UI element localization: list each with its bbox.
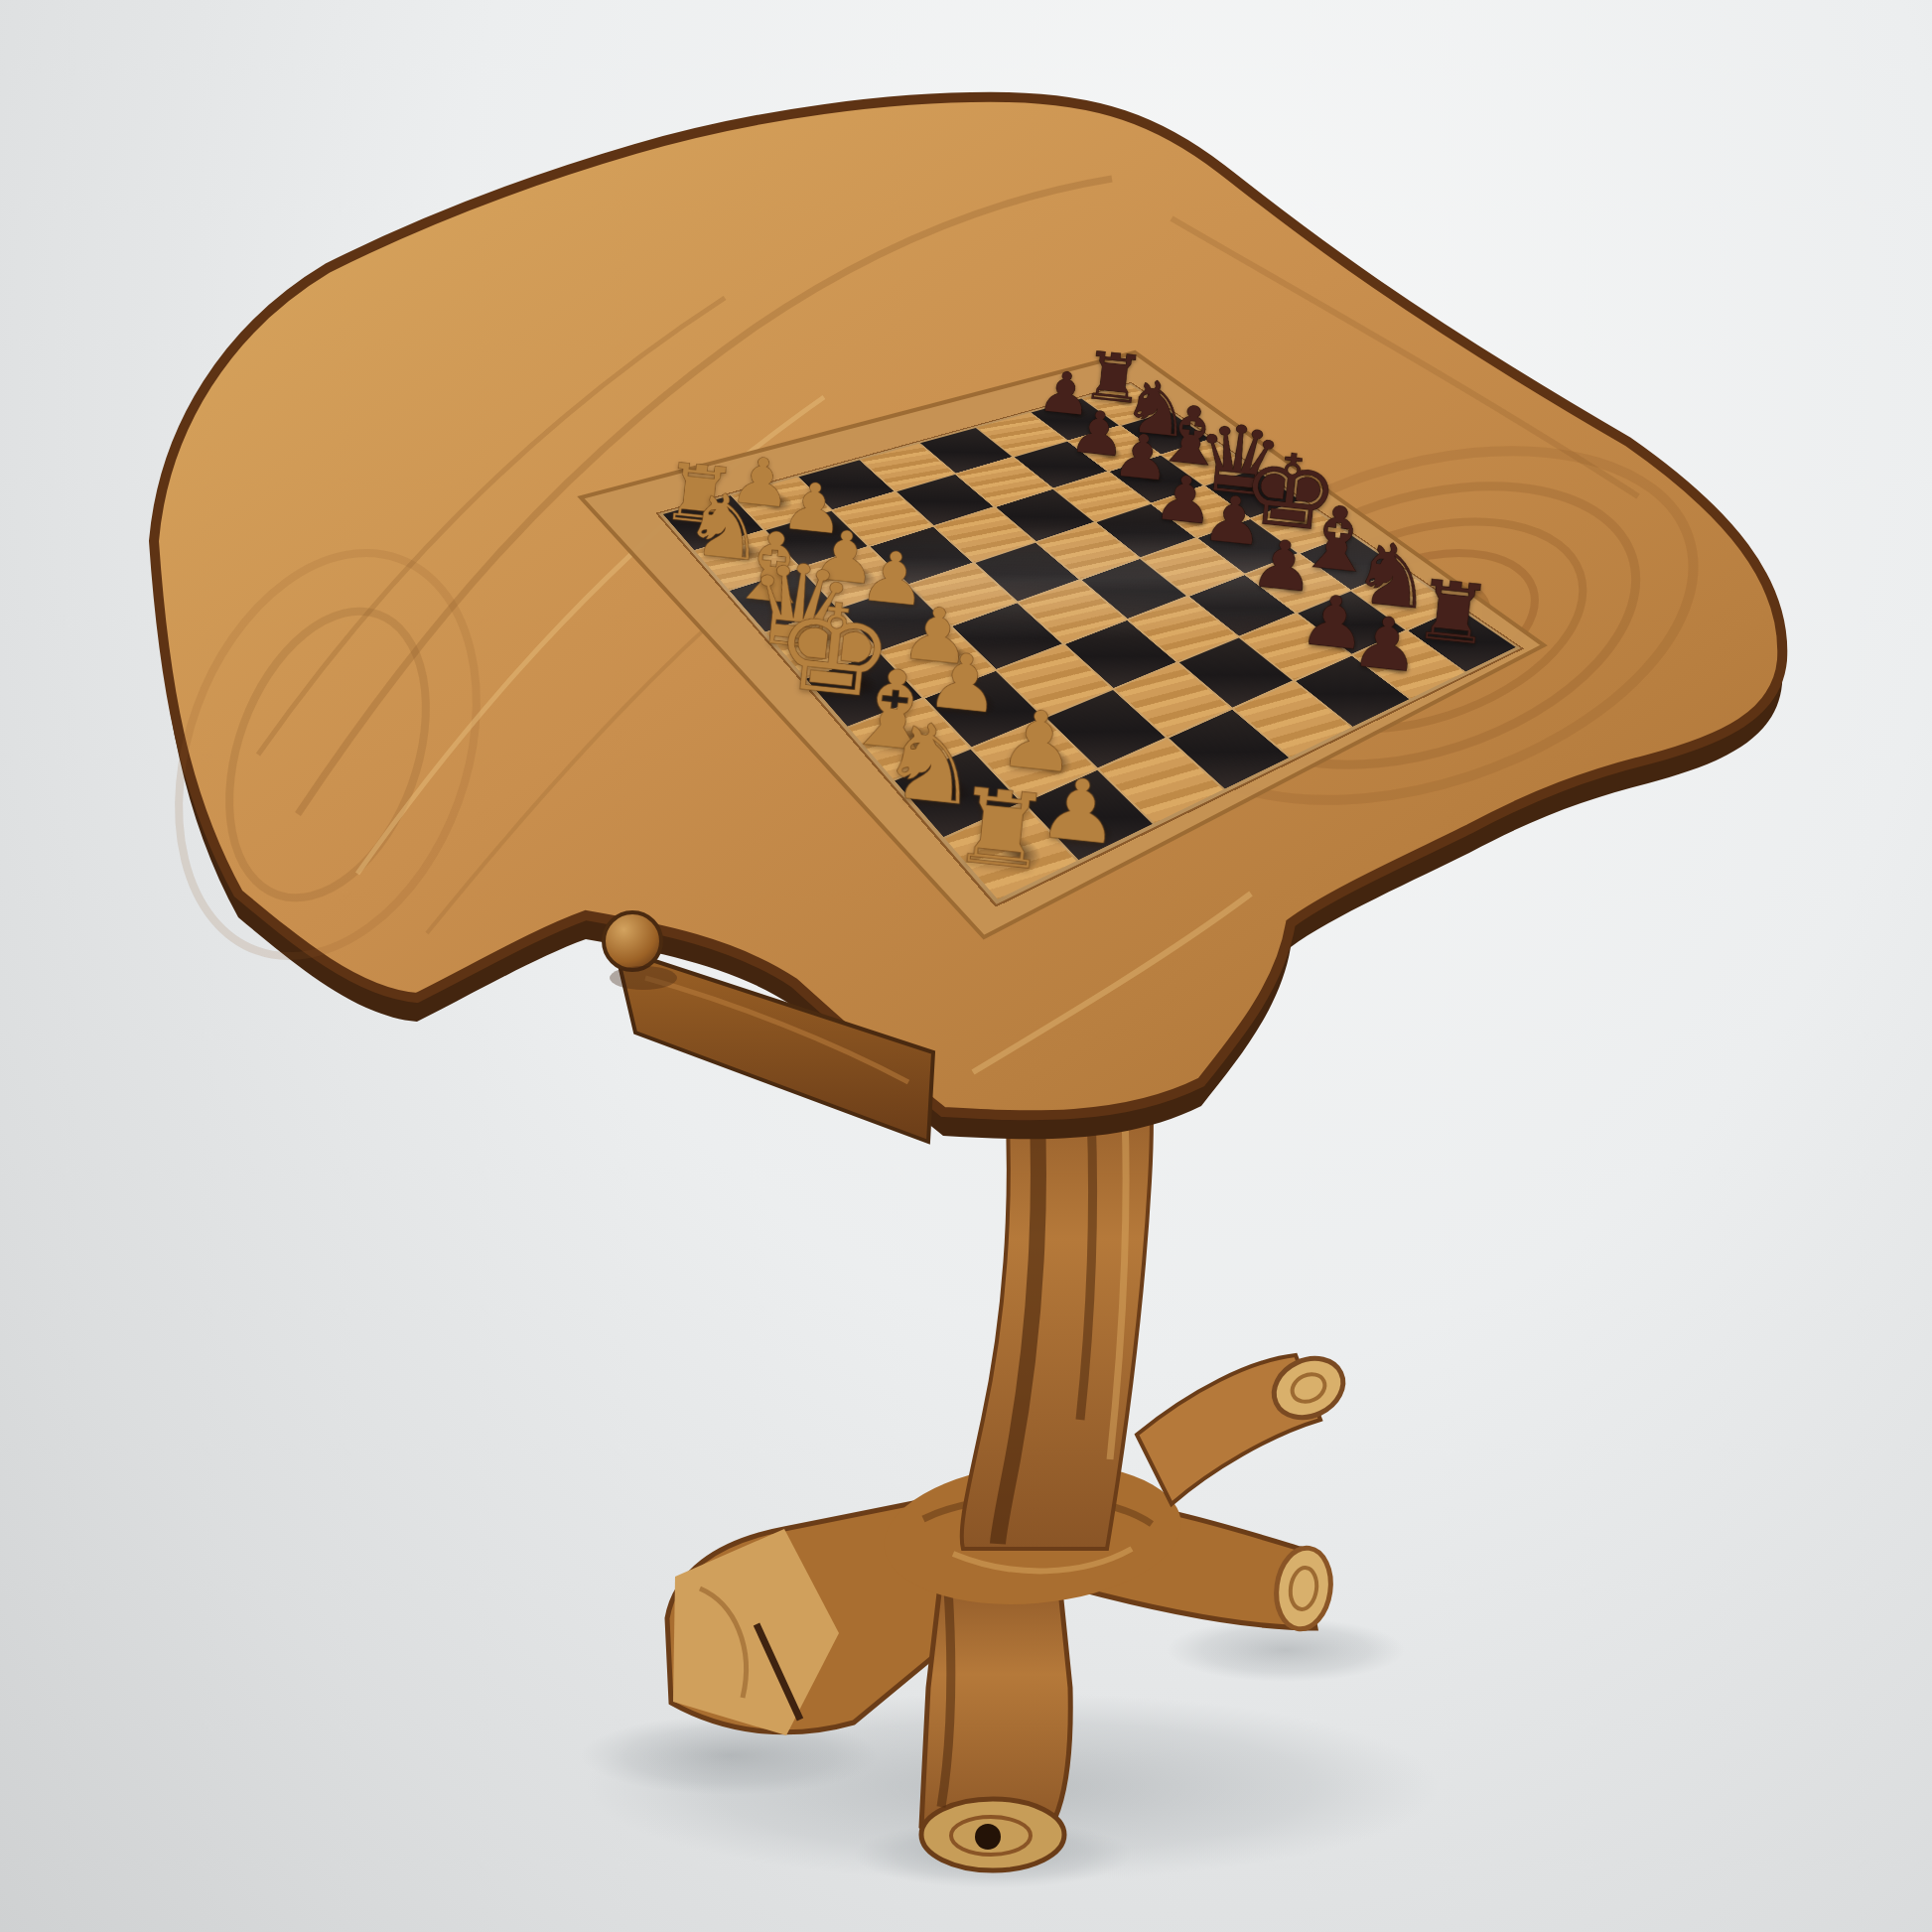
drawer-knob [604,912,661,970]
black-pawn-glyph: ♟ [1348,605,1425,683]
board-perspective: ♜♞♝♛♚♝♞♜♟♟♟♟♟♟♟♟♟♟♟♟♟♟♟♟♜♞♝♛♚♝♞♜ [744,261,1411,890]
product-photo-stage: ♜♞♝♛♚♝♞♜♟♟♟♟♟♟♟♟♟♟♟♟♟♟♟♟♜♞♝♛♚♝♞♜ [0,0,1932,1932]
front-foot-log [921,1559,1070,1870]
white-rook-glyph: ♜ [947,773,1056,886]
log-end-hole [975,1824,1001,1850]
